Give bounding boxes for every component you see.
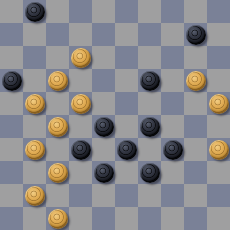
square-r9c1: [23, 207, 46, 230]
black-man[interactable]: [94, 117, 114, 137]
square-r1c1: [23, 23, 46, 46]
square-r0c5[interactable]: [115, 0, 138, 23]
square-r8c7[interactable]: [161, 184, 184, 207]
square-r8c8: [184, 184, 207, 207]
square-r8c5[interactable]: [115, 184, 138, 207]
square-r0c2: [46, 0, 69, 23]
square-r1c4[interactable]: [92, 23, 115, 46]
square-r4c2: [46, 92, 69, 115]
square-r5c5: [115, 115, 138, 138]
square-r2c5[interactable]: [115, 46, 138, 69]
square-r7c7: [161, 161, 184, 184]
square-r2c9[interactable]: [207, 46, 230, 69]
square-r5c7: [161, 115, 184, 138]
square-r4c9[interactable]: [207, 92, 230, 115]
square-r1c3: [69, 23, 92, 46]
square-r5c6[interactable]: [138, 115, 161, 138]
gold-man[interactable]: [25, 94, 45, 114]
square-r9c9: [207, 207, 230, 230]
gold-man[interactable]: [71, 48, 91, 68]
square-r0c1[interactable]: [23, 0, 46, 23]
square-r0c6: [138, 0, 161, 23]
square-r7c1: [23, 161, 46, 184]
square-r6c5[interactable]: [115, 138, 138, 161]
square-r4c7[interactable]: [161, 92, 184, 115]
square-r3c3: [69, 69, 92, 92]
square-r0c7[interactable]: [161, 0, 184, 23]
square-r3c0[interactable]: [0, 69, 23, 92]
square-r5c3: [69, 115, 92, 138]
square-r5c0[interactable]: [0, 115, 23, 138]
square-r7c9: [207, 161, 230, 184]
black-man[interactable]: [186, 25, 206, 45]
square-r2c0: [0, 46, 23, 69]
gold-man[interactable]: [48, 163, 68, 183]
draughts-board: [0, 0, 230, 230]
square-r2c2: [46, 46, 69, 69]
square-r6c2: [46, 138, 69, 161]
gold-man[interactable]: [209, 94, 229, 114]
gold-man[interactable]: [48, 209, 68, 229]
square-r2c7[interactable]: [161, 46, 184, 69]
square-r5c2[interactable]: [46, 115, 69, 138]
square-r9c2[interactable]: [46, 207, 69, 230]
square-r4c8: [184, 92, 207, 115]
square-r5c9: [207, 115, 230, 138]
square-r0c3[interactable]: [69, 0, 92, 23]
square-r8c2: [46, 184, 69, 207]
square-r0c8: [184, 0, 207, 23]
square-r8c4: [92, 184, 115, 207]
black-man[interactable]: [71, 140, 91, 160]
square-r4c4: [92, 92, 115, 115]
square-r9c0[interactable]: [0, 207, 23, 230]
square-r5c8[interactable]: [184, 115, 207, 138]
gold-man[interactable]: [48, 71, 68, 91]
square-r9c5: [115, 207, 138, 230]
square-r4c5[interactable]: [115, 92, 138, 115]
square-r9c7: [161, 207, 184, 230]
square-r7c3: [69, 161, 92, 184]
square-r7c5: [115, 161, 138, 184]
square-r6c8: [184, 138, 207, 161]
square-r2c8: [184, 46, 207, 69]
square-r3c6[interactable]: [138, 69, 161, 92]
square-r0c0: [0, 0, 23, 23]
gold-man[interactable]: [48, 117, 68, 137]
black-man[interactable]: [140, 117, 160, 137]
square-r2c1[interactable]: [23, 46, 46, 69]
square-r7c8[interactable]: [184, 161, 207, 184]
square-r7c0[interactable]: [0, 161, 23, 184]
square-r6c7[interactable]: [161, 138, 184, 161]
square-r5c1: [23, 115, 46, 138]
square-r3c4[interactable]: [92, 69, 115, 92]
square-r2c3[interactable]: [69, 46, 92, 69]
square-r1c9: [207, 23, 230, 46]
black-man[interactable]: [25, 2, 45, 22]
square-r6c9[interactable]: [207, 138, 230, 161]
black-man[interactable]: [117, 140, 137, 160]
gold-man[interactable]: [186, 71, 206, 91]
square-r6c1[interactable]: [23, 138, 46, 161]
square-r7c6[interactable]: [138, 161, 161, 184]
square-r1c5: [115, 23, 138, 46]
square-r3c1: [23, 69, 46, 92]
square-r1c2[interactable]: [46, 23, 69, 46]
black-man[interactable]: [2, 71, 22, 91]
black-man[interactable]: [140, 163, 160, 183]
square-r2c6: [138, 46, 161, 69]
square-r9c6[interactable]: [138, 207, 161, 230]
gold-man[interactable]: [25, 140, 45, 160]
square-r8c9[interactable]: [207, 184, 230, 207]
square-r8c0: [0, 184, 23, 207]
square-r0c9[interactable]: [207, 0, 230, 23]
gold-man[interactable]: [209, 140, 229, 160]
square-r0c4: [92, 0, 115, 23]
square-r3c7: [161, 69, 184, 92]
square-r8c3[interactable]: [69, 184, 92, 207]
square-r1c7: [161, 23, 184, 46]
square-r4c6: [138, 92, 161, 115]
square-r9c3: [69, 207, 92, 230]
square-r6c4: [92, 138, 115, 161]
square-r3c8[interactable]: [184, 69, 207, 92]
gold-man[interactable]: [71, 94, 91, 114]
square-r7c4[interactable]: [92, 161, 115, 184]
square-r6c6: [138, 138, 161, 161]
square-r8c6: [138, 184, 161, 207]
square-r7c2[interactable]: [46, 161, 69, 184]
square-r3c5: [115, 69, 138, 92]
black-man[interactable]: [94, 163, 114, 183]
square-r4c3[interactable]: [69, 92, 92, 115]
square-r8c1[interactable]: [23, 184, 46, 207]
black-man[interactable]: [140, 71, 160, 91]
square-r3c9: [207, 69, 230, 92]
square-r6c0: [0, 138, 23, 161]
square-r5c4[interactable]: [92, 115, 115, 138]
black-man[interactable]: [163, 140, 183, 160]
square-r6c3[interactable]: [69, 138, 92, 161]
square-r3c2[interactable]: [46, 69, 69, 92]
square-r1c0[interactable]: [0, 23, 23, 46]
square-r1c8[interactable]: [184, 23, 207, 46]
square-r9c4[interactable]: [92, 207, 115, 230]
square-r4c1[interactable]: [23, 92, 46, 115]
square-r4c0: [0, 92, 23, 115]
square-r9c8[interactable]: [184, 207, 207, 230]
square-r1c6[interactable]: [138, 23, 161, 46]
gold-man[interactable]: [25, 186, 45, 206]
square-r2c4: [92, 46, 115, 69]
